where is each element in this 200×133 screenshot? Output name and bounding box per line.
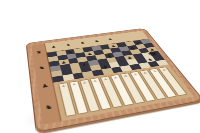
margin-piece-icon: ♟ [41, 83, 49, 89]
top-margin-piece-icon: ♟ [51, 45, 57, 48]
board-frame: ♜♞♟♞ ♟♞♜♟♞ ♞♟♝♟♞♟♞♟♝♟♟♞ ♙♙♙♙♙♙♙♙♙♙♙ ♚ [26, 28, 200, 133]
slot-mark-icon: ♙ [162, 68, 167, 71]
slot-mark-icon: ♙ [133, 73, 138, 76]
product-photo-scene: ♜♞♟♞ ♟♞♜♟♞ ♞♟♝♟♞♟♞♟♝♟♟♞ ♙♙♙♙♙♙♙♙♙♙♙ ♚ [0, 0, 200, 133]
margin-piece-icon: ♞ [38, 66, 45, 71]
margin-piece-icon: ♜ [36, 51, 43, 55]
slot-mark-icon: ♙ [93, 79, 98, 82]
top-margin-piece-icon: ♜ [80, 41, 86, 44]
slot-mark-icon: ♙ [82, 81, 87, 84]
slot-mark-icon: ♙ [72, 83, 77, 86]
margin-piece-icon: ♞ [44, 104, 53, 111]
slot-mark-icon: ♙ [123, 74, 128, 77]
slot-mark-icon: ♙ [152, 70, 157, 73]
slot-mark-icon: ♙ [103, 78, 108, 81]
board-field: ♜♞♟♞ ♟♞♜♟♞ ♞♟♝♟♞♟♞♟♝♟♟♞ ♙♙♙♙♙♙♙♙♙♙♙ ♚ [31, 31, 193, 125]
slot-mark-icon: ♙ [61, 84, 66, 87]
game-board: ♜♞♟♞ ♟♞♜♟♞ ♞♟♝♟♞♟♞♟♝♟♟♞ ♙♙♙♙♙♙♙♙♙♙♙ ♚ [26, 28, 200, 133]
slot-mark-icon: ♙ [113, 76, 118, 79]
slot-mark-icon: ♙ [143, 71, 148, 74]
top-margin-piece-icon: ♞ [65, 43, 71, 46]
